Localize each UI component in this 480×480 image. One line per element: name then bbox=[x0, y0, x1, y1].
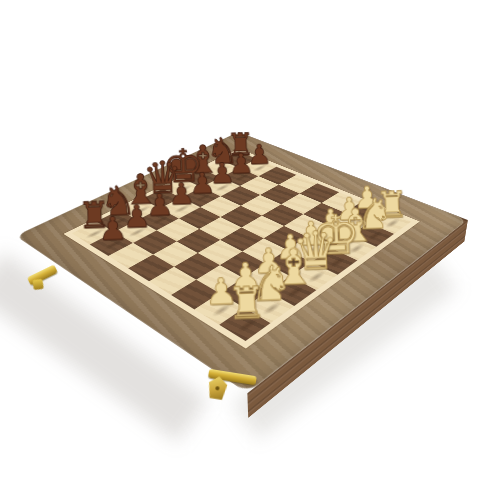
chess-set-photo: ♜♞♝♛♚♝♞♜♟♟♟♟♟♟♟♟♟♟♟♟♟♟♟♟♜♞♝♛♚♝♞♜ bbox=[0, 0, 480, 480]
piece-glyph: ♜ bbox=[226, 281, 267, 326]
brass-latch-front-icon bbox=[195, 364, 262, 421]
chess-board: ♜♞♝♛♚♝♞♜♟♟♟♟♟♟♟♟♟♟♟♟♟♟♟♟♜♞♝♛♚♝♞♜ bbox=[15, 132, 467, 393]
piece-glyph: ♟ bbox=[98, 212, 128, 245]
